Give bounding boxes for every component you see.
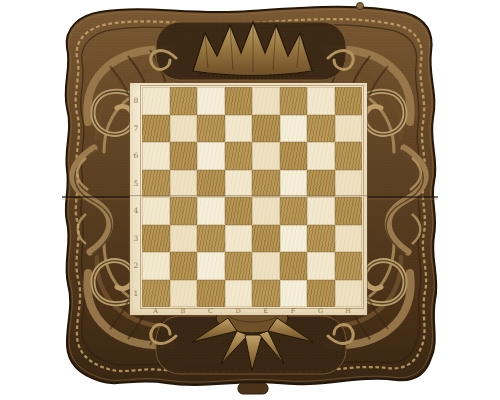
square-h5 xyxy=(335,170,363,198)
square-g3 xyxy=(307,225,335,253)
file-label-a: A xyxy=(142,306,170,315)
square-h1 xyxy=(335,280,363,308)
rank-label-3: 3 xyxy=(130,225,142,253)
square-c2 xyxy=(197,252,225,280)
square-b1 xyxy=(170,280,198,308)
board-fold-seam xyxy=(130,195,367,197)
square-h4 xyxy=(335,197,363,225)
square-a2 xyxy=(142,252,170,280)
square-d7 xyxy=(225,115,253,143)
square-h6 xyxy=(335,142,363,170)
file-label-g: G xyxy=(307,306,335,315)
rank-label-6: 6 xyxy=(130,142,142,170)
crown-carving xyxy=(151,22,354,80)
carved-chess-set-photo: 87654321 ABCDEFGH xyxy=(0,0,500,400)
square-h8 xyxy=(335,87,363,115)
file-label-c: C xyxy=(197,306,225,315)
square-d2 xyxy=(225,252,253,280)
square-g4 xyxy=(307,197,335,225)
rank-label-8: 8 xyxy=(130,87,142,115)
board-grid xyxy=(142,87,362,307)
square-a5 xyxy=(142,170,170,198)
square-g5 xyxy=(307,170,335,198)
square-b7 xyxy=(170,115,198,143)
square-c3 xyxy=(197,225,225,253)
rank-label-4: 4 xyxy=(130,197,142,225)
rank-label-5: 5 xyxy=(130,170,142,198)
square-a1 xyxy=(142,280,170,308)
square-e8 xyxy=(252,87,280,115)
file-label-e: E xyxy=(252,306,280,315)
square-d4 xyxy=(225,197,253,225)
square-b2 xyxy=(170,252,198,280)
square-g6 xyxy=(307,142,335,170)
foot-tab xyxy=(238,383,268,394)
square-g1 xyxy=(307,280,335,308)
square-d8 xyxy=(225,87,253,115)
rank-label-7: 7 xyxy=(130,115,142,143)
square-e5 xyxy=(252,170,280,198)
square-h3 xyxy=(335,225,363,253)
square-f5 xyxy=(280,170,308,198)
square-e7 xyxy=(252,115,280,143)
square-a7 xyxy=(142,115,170,143)
square-d3 xyxy=(225,225,253,253)
square-a3 xyxy=(142,225,170,253)
square-b8 xyxy=(170,87,198,115)
square-g8 xyxy=(307,87,335,115)
chess-board: 87654321 ABCDEFGH xyxy=(130,83,367,315)
square-a6 xyxy=(142,142,170,170)
square-d1 xyxy=(225,280,253,308)
square-h7 xyxy=(335,115,363,143)
square-f2 xyxy=(280,252,308,280)
square-f4 xyxy=(280,197,308,225)
file-label-b: B xyxy=(170,306,198,315)
square-a8 xyxy=(142,87,170,115)
latch-pin xyxy=(357,3,364,10)
square-c1 xyxy=(197,280,225,308)
file-labels: ABCDEFGH xyxy=(142,306,362,315)
rank-label-1: 1 xyxy=(130,280,142,308)
square-f8 xyxy=(280,87,308,115)
square-c5 xyxy=(197,170,225,198)
square-e4 xyxy=(252,197,280,225)
square-b4 xyxy=(170,197,198,225)
file-label-d: D xyxy=(225,306,253,315)
square-g2 xyxy=(307,252,335,280)
square-c6 xyxy=(197,142,225,170)
square-b3 xyxy=(170,225,198,253)
rank-label-2: 2 xyxy=(130,252,142,280)
square-b5 xyxy=(170,170,198,198)
square-b6 xyxy=(170,142,198,170)
square-a4 xyxy=(142,197,170,225)
file-label-f: F xyxy=(280,306,308,315)
square-f6 xyxy=(280,142,308,170)
square-e6 xyxy=(252,142,280,170)
square-e2 xyxy=(252,252,280,280)
file-label-h: H xyxy=(335,306,363,315)
square-f3 xyxy=(280,225,308,253)
square-g7 xyxy=(307,115,335,143)
square-c4 xyxy=(197,197,225,225)
square-f7 xyxy=(280,115,308,143)
square-d5 xyxy=(225,170,253,198)
square-e3 xyxy=(252,225,280,253)
rank-labels: 87654321 xyxy=(130,87,142,307)
square-d6 xyxy=(225,142,253,170)
square-f1 xyxy=(280,280,308,308)
square-c7 xyxy=(197,115,225,143)
square-e1 xyxy=(252,280,280,308)
square-h2 xyxy=(335,252,363,280)
square-c8 xyxy=(197,87,225,115)
